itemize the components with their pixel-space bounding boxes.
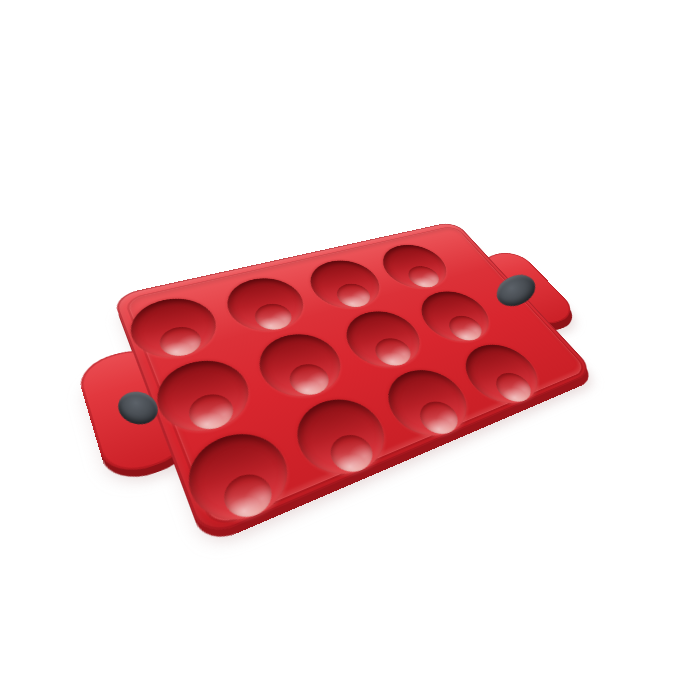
cup-bottom [184, 389, 240, 435]
muffin-cup [372, 240, 459, 295]
product-photo [0, 0, 700, 700]
cup-bottom [403, 263, 445, 290]
muffin-pan [112, 221, 595, 540]
cup-bottom [283, 360, 335, 400]
cup-bottom [250, 300, 298, 333]
cup-bottom [443, 312, 488, 344]
muffin-cup [217, 272, 315, 339]
cup-bottom [155, 323, 206, 360]
cup-bottom [369, 334, 417, 369]
cup-bottom [331, 281, 376, 311]
muffin-cup [147, 352, 262, 444]
muffin-cup [334, 304, 433, 376]
muffin-cup [299, 255, 391, 315]
muffin-cup [409, 285, 502, 349]
muffin-cup [247, 326, 353, 407]
muffin-cup [122, 291, 227, 366]
